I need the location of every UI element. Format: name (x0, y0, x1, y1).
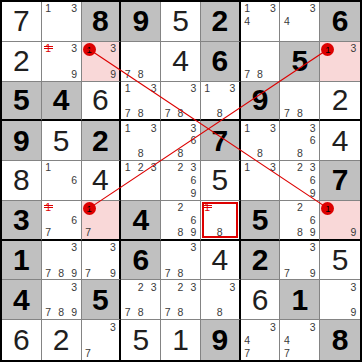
cell-r3c7[interactable]: 9 (241, 82, 281, 122)
empty-candidate-slot (241, 174, 254, 187)
empty-candidate-slot (293, 28, 306, 41)
empty-candidate-slot (82, 333, 95, 346)
empty-candidate-slot (55, 213, 68, 226)
given-digit: 9 (211, 325, 228, 355)
empty-candidate-slot (226, 213, 239, 226)
cell-r4c2[interactable]: 5 (42, 121, 82, 161)
empty-candidate-slot (187, 147, 200, 160)
empty-candidate-slot (174, 94, 187, 107)
candidate-8: 8 (254, 147, 267, 160)
empty-candidate-slot (82, 241, 95, 254)
empty-candidate-slot (174, 174, 187, 187)
candidate-grid: 1378 (121, 82, 160, 120)
cell-r4c7[interactable]: 138 (241, 121, 281, 161)
empty-candidate-slot (293, 15, 306, 28)
empty-candidate-slot (95, 55, 107, 68)
candidate-9: 9 (306, 226, 319, 239)
candidate-6: 6 (187, 174, 200, 187)
cell-r8c5[interactable]: 2378 (161, 280, 201, 320)
empty-candidate-slot (134, 293, 147, 306)
candidate-9: 9 (347, 306, 360, 319)
given-digit: 1 (13, 245, 30, 275)
cell-r5c7[interactable]: 13 (241, 161, 281, 201)
empty-candidate-slot (280, 161, 293, 174)
cell-r1c1[interactable]: 7 (2, 2, 42, 42)
candidate-2: 2 (293, 161, 306, 174)
candidate-grid: 78 (280, 82, 319, 120)
cell-r5c6[interactable]: 5 (201, 161, 241, 201)
empty-candidate-slot (333, 68, 346, 81)
cell-r9c6[interactable]: 9 (201, 320, 241, 360)
candidate-3: 3 (187, 161, 200, 174)
candidate-2: 2 (134, 161, 147, 174)
cell-r4c4[interactable]: 138 (121, 121, 161, 161)
solved-digit: 1 (172, 325, 189, 355)
given-digit: 2 (92, 126, 109, 156)
cell-r6c7[interactable]: 5 (241, 201, 281, 241)
candidate-grid: 39 (320, 280, 360, 319)
empty-candidate-slot (174, 241, 187, 254)
cell-r6c2[interactable]: 167 (42, 201, 82, 241)
cell-r6c8[interactable]: 2689 (280, 201, 320, 241)
empty-candidate-slot (306, 107, 319, 120)
empty-candidate-slot (121, 174, 134, 187)
cell-r5c5[interactable]: 2369 (161, 161, 201, 201)
solved-digit: 4 (92, 165, 109, 195)
empty-candidate-slot (82, 214, 95, 226)
candidate-3: 3 (147, 161, 160, 174)
empty-candidate-slot (333, 293, 346, 306)
empty-candidate-slot (267, 42, 280, 55)
candidate-7: 7 (82, 267, 95, 280)
cell-r2c5[interactable]: 4 (161, 42, 201, 82)
candidate-7: 7 (42, 267, 55, 280)
given-digit: 4 (13, 285, 30, 315)
eliminated-candidate-1: 1 (201, 201, 214, 214)
cell-r7c7[interactable]: 2 (241, 241, 281, 281)
cell-r2c2[interactable]: 139 (42, 42, 82, 82)
empty-candidate-slot (107, 347, 120, 360)
cell-r7c1[interactable]: 1 (2, 241, 42, 281)
cell-r9c4[interactable]: 5 (121, 320, 161, 360)
cell-r3c4[interactable]: 1378 (121, 82, 161, 122)
cell-r5c1[interactable]: 8 (2, 161, 42, 201)
empty-candidate-slot (121, 280, 134, 293)
cell-r2c3[interactable]: 139 (82, 42, 122, 82)
candidate-1: 1 (201, 82, 214, 95)
empty-candidate-slot (213, 201, 226, 214)
cell-r4c9[interactable]: 4 (320, 121, 360, 161)
empty-candidate-slot (267, 68, 280, 81)
empty-candidate-slot (55, 280, 68, 293)
empty-candidate-slot (55, 187, 68, 200)
candidate-7: 7 (42, 226, 55, 239)
empty-candidate-slot (68, 293, 81, 306)
cell-r3c6[interactable]: 138 (201, 82, 241, 122)
empty-candidate-slot (306, 333, 319, 346)
empty-candidate-slot (94, 267, 107, 280)
candidate-2: 2 (174, 161, 187, 174)
empty-candidate-slot (42, 55, 55, 68)
candidate-3: 3 (68, 2, 81, 15)
cell-r8c4[interactable]: 2378 (121, 280, 161, 320)
cell-r2c7[interactable]: 78 (241, 42, 281, 82)
empty-candidate-slot (55, 174, 68, 187)
solved-digit: 7 (13, 6, 30, 36)
cell-r3c9[interactable]: 2 (320, 82, 360, 122)
solved-digit: 5 (172, 6, 189, 36)
empty-candidate-slot (213, 94, 226, 107)
candidate-4: 4 (241, 15, 254, 28)
empty-candidate-slot (267, 134, 280, 147)
candidate-3: 3 (68, 241, 81, 254)
cell-r6c5[interactable]: 2689 (161, 201, 201, 241)
eliminated-candidate-1: 1 (42, 42, 55, 55)
solved-digit: 4 (172, 46, 189, 76)
candidate-3: 3 (68, 42, 81, 55)
sudoku-board: 7138952134346213913978467851354613783781… (0, 0, 362, 362)
candidate-grid: 78 (241, 42, 280, 81)
empty-candidate-slot (42, 174, 55, 187)
cell-r8c2[interactable]: 3789 (42, 280, 82, 320)
empty-candidate-slot (333, 201, 346, 214)
cell-r3c3[interactable]: 6 (82, 82, 122, 122)
candidate-3: 3 (107, 42, 119, 55)
empty-candidate-slot (134, 94, 147, 107)
empty-candidate-slot (293, 174, 306, 187)
cell-r2c8[interactable]: 5 (280, 42, 320, 82)
cell-r2c4[interactable]: 78 (121, 42, 161, 82)
empty-candidate-slot (333, 306, 346, 319)
cell-r1c5[interactable]: 5 (161, 2, 201, 42)
candidate-2: 2 (174, 201, 187, 214)
empty-candidate-slot (94, 347, 107, 360)
candidate-8: 8 (134, 107, 147, 120)
given-digit: 6 (132, 245, 149, 275)
candidate-grid: 347 (280, 320, 319, 360)
candidate-grid: 2378 (161, 280, 200, 319)
cell-r5c4[interactable]: 123 (121, 161, 161, 201)
cell-r3c5[interactable]: 378 (161, 82, 201, 122)
empty-candidate-slot (55, 2, 68, 15)
empty-candidate-slot (42, 68, 55, 81)
cell-r7c9[interactable]: 5 (320, 241, 360, 281)
given-digit: 3 (13, 205, 30, 235)
empty-candidate-slot (42, 28, 55, 41)
empty-candidate-slot (174, 82, 187, 95)
cell-r4c6[interactable]: 7 (201, 121, 241, 161)
empty-candidate-slot (293, 241, 306, 254)
empty-candidate-slot (161, 121, 174, 134)
candidate-2: 2 (293, 201, 306, 214)
candidate-1: 1 (241, 2, 254, 15)
candidate-3: 3 (306, 161, 319, 174)
candidate-1: 1 (241, 121, 254, 134)
empty-candidate-slot (55, 293, 68, 306)
candidate-8: 8 (134, 306, 147, 319)
candidate-grid: 139 (82, 42, 120, 81)
empty-candidate-slot (82, 68, 95, 81)
candidate-7: 7 (121, 107, 134, 120)
cell-r1c3[interactable]: 8 (82, 2, 122, 42)
empty-candidate-slot (107, 214, 119, 226)
candidate-3: 3 (267, 320, 280, 333)
candidate-7: 7 (82, 226, 95, 238)
candidate-8: 8 (293, 147, 306, 160)
empty-candidate-slot (68, 254, 81, 267)
empty-candidate-slot (293, 82, 306, 95)
given-digit: 5 (13, 85, 30, 115)
cell-r8c7[interactable]: 6 (241, 280, 281, 320)
cell-r3c1[interactable]: 5 (2, 82, 42, 122)
solved-digit: 6 (92, 85, 109, 115)
cell-r1c7[interactable]: 134 (241, 2, 281, 42)
candidate-3: 3 (267, 161, 280, 174)
empty-candidate-slot (94, 320, 107, 333)
cell-r5c2[interactable]: 16 (42, 161, 82, 201)
empty-candidate-slot (306, 254, 319, 267)
cell-r2c1[interactable]: 2 (2, 42, 42, 82)
cell-r4c8[interactable]: 368 (280, 121, 320, 161)
empty-candidate-slot (241, 134, 254, 147)
candidate-8: 8 (213, 306, 226, 319)
candidate-9: 9 (306, 187, 319, 200)
empty-candidate-slot (55, 42, 68, 55)
cell-r4c5[interactable]: 368 (161, 121, 201, 161)
cell-r8c9[interactable]: 39 (320, 280, 360, 320)
cell-r9c1[interactable]: 6 (2, 320, 42, 360)
candidate-8: 8 (174, 107, 187, 120)
empty-candidate-slot (187, 293, 200, 306)
cell-r6c1[interactable]: 3 (2, 201, 42, 241)
empty-candidate-slot (267, 28, 280, 41)
empty-candidate-slot (320, 226, 333, 238)
cell-r5c8[interactable]: 2369 (280, 161, 320, 201)
empty-candidate-slot (267, 55, 280, 68)
cell-r8c6[interactable]: 38 (201, 280, 241, 320)
empty-candidate-slot (68, 201, 81, 214)
candidate-grid: 34 (280, 2, 319, 41)
cell-r9c2[interactable]: 2 (42, 320, 82, 360)
empty-candidate-slot (320, 68, 333, 81)
cell-r9c7[interactable]: 347 (241, 320, 281, 360)
empty-candidate-slot (161, 147, 174, 160)
cell-r6c6[interactable]: 18 (201, 201, 241, 241)
empty-candidate-slot (147, 68, 160, 81)
cell-r1c6[interactable]: 2 (201, 2, 241, 42)
empty-candidate-slot (320, 280, 333, 293)
empty-candidate-slot (147, 147, 160, 160)
solved-digit: 2 (332, 85, 349, 115)
candidate-grid: 2369 (161, 161, 200, 200)
empty-candidate-slot (293, 121, 306, 134)
cell-r8c8[interactable]: 1 (280, 280, 320, 320)
cell-r1c4[interactable]: 9 (121, 2, 161, 42)
empty-candidate-slot (174, 293, 187, 306)
solved-digit: 8 (13, 165, 30, 195)
candidate-3: 3 (187, 121, 200, 134)
empty-candidate-slot (187, 107, 200, 120)
empty-candidate-slot (254, 333, 267, 346)
empty-candidate-slot (55, 241, 68, 254)
empty-candidate-slot (241, 28, 254, 41)
candidate-6: 6 (306, 134, 319, 147)
empty-candidate-slot (42, 213, 55, 226)
cell-r3c8[interactable]: 78 (280, 82, 320, 122)
empty-candidate-slot (280, 320, 293, 333)
empty-candidate-slot (280, 121, 293, 134)
empty-candidate-slot (42, 293, 55, 306)
cell-r6c3[interactable]: 17 (82, 201, 122, 241)
empty-candidate-slot (333, 42, 346, 55)
empty-candidate-slot (121, 55, 134, 68)
empty-candidate-slot (254, 187, 267, 200)
empty-candidate-slot (241, 187, 254, 200)
candidate-3: 3 (107, 320, 120, 333)
empty-candidate-slot (174, 254, 187, 267)
candidate-1: 1 (121, 82, 134, 95)
empty-candidate-slot (333, 55, 346, 68)
empty-candidate-slot (267, 174, 280, 187)
empty-candidate-slot (161, 226, 174, 239)
empty-candidate-slot (121, 293, 134, 306)
candidate-7: 7 (280, 267, 293, 280)
candidate-3: 3 (226, 82, 239, 95)
empty-candidate-slot (201, 94, 214, 107)
candidate-grid: 13 (320, 42, 360, 81)
empty-candidate-slot (254, 28, 267, 41)
empty-candidate-slot (293, 134, 306, 147)
cell-r7c8[interactable]: 379 (280, 241, 320, 281)
candidate-3: 3 (147, 121, 160, 134)
candidate-7: 7 (161, 267, 174, 280)
empty-candidate-slot (147, 293, 160, 306)
candidate-2: 2 (134, 280, 147, 293)
candidate-grid: 167 (42, 201, 81, 239)
empty-candidate-slot (333, 226, 346, 238)
empty-candidate-slot (134, 174, 147, 187)
cell-r9c8[interactable]: 347 (280, 320, 320, 360)
candidate-9: 9 (68, 306, 81, 319)
cell-r4c1[interactable]: 9 (2, 121, 42, 161)
empty-candidate-slot (161, 161, 174, 174)
candidate-7: 7 (161, 306, 174, 319)
cell-r5c3[interactable]: 4 (82, 161, 122, 201)
empty-candidate-slot (241, 147, 254, 160)
empty-candidate-slot (280, 254, 293, 267)
cell-r6c9[interactable]: 19 (320, 201, 360, 241)
candidate-1: 1 (42, 2, 55, 15)
empty-candidate-slot (254, 174, 267, 187)
empty-candidate-slot (280, 147, 293, 160)
given-digit: 7 (332, 165, 349, 195)
empty-candidate-slot (187, 306, 200, 319)
empty-candidate-slot (201, 213, 214, 226)
empty-candidate-slot (293, 347, 306, 360)
empty-candidate-slot (161, 280, 174, 293)
candidate-1: 1 (121, 121, 134, 134)
cell-r4c3[interactable]: 2 (82, 121, 122, 161)
empty-candidate-slot (280, 94, 293, 107)
empty-candidate-slot (68, 226, 81, 239)
empty-candidate-slot (174, 121, 187, 134)
candidate-9: 9 (68, 267, 81, 280)
empty-candidate-slot (241, 42, 254, 55)
candidate-9: 9 (107, 68, 119, 81)
cell-r7c5[interactable]: 378 (161, 241, 201, 281)
cell-r6c4[interactable]: 4 (121, 201, 161, 241)
empty-candidate-slot (68, 55, 81, 68)
empty-candidate-slot (293, 333, 306, 346)
cell-r9c5[interactable]: 1 (161, 320, 201, 360)
empty-candidate-slot (95, 214, 107, 226)
cell-r7c4[interactable]: 6 (121, 241, 161, 281)
candidate-grid: 378 (161, 82, 200, 120)
empty-candidate-slot (254, 320, 267, 333)
candidate-4: 4 (280, 333, 293, 346)
empty-candidate-slot (267, 347, 280, 360)
empty-candidate-slot (68, 161, 81, 174)
cell-r9c3[interactable]: 37 (82, 320, 122, 360)
empty-candidate-slot (147, 42, 160, 55)
given-digit: 7 (211, 126, 228, 156)
cell-r1c8[interactable]: 34 (280, 2, 320, 42)
empty-candidate-slot (161, 293, 174, 306)
cell-r7c6[interactable]: 4 (201, 241, 241, 281)
candidate-3: 3 (226, 280, 239, 293)
candidate-8: 8 (213, 107, 226, 120)
empty-candidate-slot (42, 15, 55, 28)
empty-candidate-slot (134, 82, 147, 95)
empty-candidate-slot (280, 82, 293, 95)
candidate-grid: 13 (241, 161, 280, 200)
cell-r8c3[interactable]: 5 (82, 280, 122, 320)
circled-candidate-1: 1 (82, 42, 95, 55)
empty-candidate-slot (280, 241, 293, 254)
cell-r2c9[interactable]: 13 (320, 42, 360, 82)
candidate-3: 3 (267, 121, 280, 134)
empty-candidate-slot (306, 347, 319, 360)
cell-r5c9[interactable]: 7 (320, 161, 360, 201)
solved-digit: 5 (53, 126, 70, 156)
cell-r1c9[interactable]: 6 (320, 2, 360, 42)
cell-r1c2[interactable]: 13 (42, 2, 82, 42)
cell-r9c9[interactable]: 8 (320, 320, 360, 360)
empty-candidate-slot (55, 55, 68, 68)
empty-candidate-slot (107, 55, 119, 68)
cell-r7c3[interactable]: 379 (82, 241, 122, 281)
candidate-grid: 134 (241, 2, 280, 41)
empty-candidate-slot (280, 2, 293, 15)
cell-r7c2[interactable]: 3789 (42, 241, 82, 281)
candidate-9: 9 (68, 68, 81, 81)
empty-candidate-slot (280, 187, 293, 200)
given-digit: 2 (252, 245, 269, 275)
candidate-grid: 368 (280, 121, 319, 160)
cell-r3c2[interactable]: 4 (42, 82, 82, 122)
circled-candidate-1: 1 (320, 201, 333, 214)
empty-candidate-slot (320, 306, 333, 319)
empty-candidate-slot (82, 254, 95, 267)
empty-candidate-slot (55, 254, 68, 267)
cell-r8c1[interactable]: 4 (2, 280, 42, 320)
solved-digit: 6 (13, 325, 30, 355)
cell-r2c6[interactable]: 6 (201, 42, 241, 82)
empty-candidate-slot (254, 2, 267, 15)
empty-candidate-slot (147, 174, 160, 187)
empty-candidate-slot (161, 187, 174, 200)
empty-candidate-slot (280, 28, 293, 41)
